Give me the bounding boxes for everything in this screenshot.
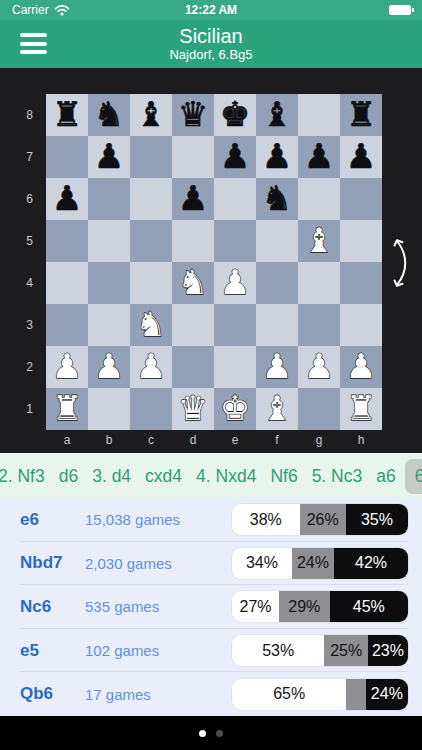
black-percentage: 42% xyxy=(334,548,408,579)
square-a6[interactable]: ♟ xyxy=(46,178,88,220)
square-c3[interactable]: ♞ xyxy=(130,304,172,346)
result-percentage-bar: 65%24% xyxy=(232,679,408,710)
candidate-move: Nc6 xyxy=(20,597,85,617)
square-g2[interactable]: ♟ xyxy=(298,346,340,388)
move-chip-4nxd4[interactable]: 4. Nxd4 xyxy=(189,459,263,494)
white-rook: ♜ xyxy=(46,388,88,430)
file-labels: abcdefgh xyxy=(46,432,382,448)
rank-label-4: 4 xyxy=(0,262,40,304)
file-label-h: h xyxy=(340,432,382,448)
move-list-bar: 2. Nf3d63. d4cxd44. Nxd4Nf65. Nc3a66. Bg… xyxy=(0,453,422,498)
rank-label-1: 1 xyxy=(0,388,40,430)
square-h3[interactable] xyxy=(340,304,382,346)
draw-percentage xyxy=(346,679,365,710)
games-count: 15,038 games xyxy=(85,511,180,528)
result-percentage-bar: 34%24%42% xyxy=(232,548,408,579)
square-f5[interactable] xyxy=(256,220,298,262)
square-e5[interactable] xyxy=(214,220,256,262)
square-a7[interactable] xyxy=(46,136,88,178)
black-pawn: ♟ xyxy=(172,178,214,220)
move-chip-nf6[interactable]: Nf6 xyxy=(263,459,304,494)
move-chip-2nf3[interactable]: 2. Nf3 xyxy=(0,459,52,494)
page-dot-2[interactable] xyxy=(216,730,223,737)
square-f8[interactable]: ♝ xyxy=(256,94,298,136)
result-percentage-bar: 38%26%35% xyxy=(232,504,408,535)
square-h7[interactable]: ♟ xyxy=(340,136,382,178)
candidate-move: e6 xyxy=(20,510,85,530)
move-chip-5nc3[interactable]: 5. Nc3 xyxy=(305,459,370,494)
black-knight: ♞ xyxy=(256,178,298,220)
square-h5[interactable] xyxy=(340,220,382,262)
move-chip-d6[interactable]: d6 xyxy=(52,459,85,494)
move-row-e5[interactable]: e5102 games53%25%23% xyxy=(0,629,422,673)
page-subtitle: Najdorf, 6.Bg5 xyxy=(0,48,422,63)
black-queen: ♛ xyxy=(172,94,214,136)
white-pawn: ♟ xyxy=(298,346,340,388)
black-bishop: ♝ xyxy=(130,94,172,136)
square-g8[interactable] xyxy=(298,94,340,136)
chess-board[interactable]: ♜♞♝♛♚♝♜♟♟♟♟♟♟♟♞♝♞♟♞♟♟♟♟♟♟♜♛♚♝♜ xyxy=(46,94,382,430)
white-percentage: 65% xyxy=(232,679,346,710)
square-d3[interactable] xyxy=(172,304,214,346)
square-f4[interactable] xyxy=(256,262,298,304)
wifi-icon xyxy=(54,4,70,16)
square-a2[interactable]: ♟ xyxy=(46,346,88,388)
white-bishop: ♝ xyxy=(298,220,340,262)
black-knight: ♞ xyxy=(88,94,130,136)
square-c8[interactable]: ♝ xyxy=(130,94,172,136)
move-chip-a6[interactable]: a6 xyxy=(369,459,402,494)
file-label-b: b xyxy=(88,432,130,448)
move-row-qb6[interactable]: Qb617 games65%24% xyxy=(0,672,422,716)
black-pawn: ♟ xyxy=(256,136,298,178)
white-rook: ♜ xyxy=(340,388,382,430)
flip-board-icon[interactable] xyxy=(391,232,413,294)
square-d2[interactable] xyxy=(172,346,214,388)
square-c1[interactable] xyxy=(130,388,172,430)
moves-table: e615,038 games38%26%35%Nbd72,030 games34… xyxy=(0,498,422,716)
square-e3[interactable] xyxy=(214,304,256,346)
square-b6[interactable] xyxy=(88,178,130,220)
games-count: 535 games xyxy=(85,598,159,615)
square-a8[interactable]: ♜ xyxy=(46,94,88,136)
white-pawn: ♟ xyxy=(340,346,382,388)
games-count: 102 games xyxy=(85,642,159,659)
games-count: 17 games xyxy=(85,686,151,703)
draw-percentage: 24% xyxy=(292,548,334,579)
white-percentage: 34% xyxy=(232,548,292,579)
square-d6[interactable]: ♟ xyxy=(172,178,214,220)
black-pawn: ♟ xyxy=(46,178,88,220)
rank-label-8: 8 xyxy=(0,94,40,136)
square-h6[interactable] xyxy=(340,178,382,220)
black-percentage: 45% xyxy=(330,591,408,622)
square-g5[interactable]: ♝ xyxy=(298,220,340,262)
black-king: ♚ xyxy=(214,94,256,136)
square-h4[interactable] xyxy=(340,262,382,304)
white-percentage: 27% xyxy=(232,591,279,622)
black-pawn: ♟ xyxy=(88,136,130,178)
square-g6[interactable] xyxy=(298,178,340,220)
square-d5[interactable] xyxy=(172,220,214,262)
move-chip-6bg5[interactable]: 6. Bg5 xyxy=(405,459,422,494)
white-bishop: ♝ xyxy=(256,388,298,430)
black-percentage: 23% xyxy=(368,635,408,666)
square-b8[interactable]: ♞ xyxy=(88,94,130,136)
square-g3[interactable] xyxy=(298,304,340,346)
file-label-c: c xyxy=(130,432,172,448)
white-pawn: ♟ xyxy=(46,346,88,388)
file-label-e: e xyxy=(214,432,256,448)
file-label-f: f xyxy=(256,432,298,448)
rank-labels: 87654321 xyxy=(0,94,40,430)
games-count: 2,030 games xyxy=(85,555,172,572)
move-row-nbd7[interactable]: Nbd72,030 games34%24%42% xyxy=(0,542,422,586)
rank-label-3: 3 xyxy=(0,304,40,346)
white-queen: ♛ xyxy=(172,388,214,430)
square-a1[interactable]: ♜ xyxy=(46,388,88,430)
square-g1[interactable] xyxy=(298,388,340,430)
page-dot-1[interactable] xyxy=(199,730,206,737)
move-row-nc6[interactable]: Nc6535 games27%29%45% xyxy=(0,585,422,629)
move-chip-3d4[interactable]: 3. d4 xyxy=(85,459,138,494)
page-title: Sicilian xyxy=(0,25,422,48)
black-pawn: ♟ xyxy=(214,136,256,178)
square-h1[interactable]: ♜ xyxy=(340,388,382,430)
square-d1[interactable]: ♛ xyxy=(172,388,214,430)
square-b4[interactable] xyxy=(88,262,130,304)
candidate-move: Qb6 xyxy=(20,684,85,704)
menu-icon[interactable] xyxy=(20,33,47,54)
square-a5[interactable] xyxy=(46,220,88,262)
app-screen: Carrier 12:22 AM Sicilian Najdorf, 6.Bg5… xyxy=(0,0,422,750)
white-knight: ♞ xyxy=(130,304,172,346)
square-c6[interactable] xyxy=(130,178,172,220)
square-h8[interactable]: ♜ xyxy=(340,94,382,136)
square-f7[interactable]: ♟ xyxy=(256,136,298,178)
square-f1[interactable]: ♝ xyxy=(256,388,298,430)
square-a3[interactable] xyxy=(46,304,88,346)
square-h2[interactable]: ♟ xyxy=(340,346,382,388)
board-area: 87654321 ♜♞♝♛♚♝♜♟♟♟♟♟♟♟♞♝♞♟♞♟♟♟♟♟♟♜♛♚♝♜ … xyxy=(0,68,422,453)
square-c5[interactable] xyxy=(130,220,172,262)
square-b3[interactable] xyxy=(88,304,130,346)
white-pawn: ♟ xyxy=(214,262,256,304)
white-king: ♚ xyxy=(214,388,256,430)
black-pawn: ♟ xyxy=(298,136,340,178)
white-pawn: ♟ xyxy=(88,346,130,388)
square-f2[interactable]: ♟ xyxy=(256,346,298,388)
square-d8[interactable]: ♛ xyxy=(172,94,214,136)
square-b7[interactable]: ♟ xyxy=(88,136,130,178)
white-percentage: 53% xyxy=(232,635,324,666)
square-g4[interactable] xyxy=(298,262,340,304)
rank-label-7: 7 xyxy=(0,136,40,178)
square-e4[interactable]: ♟ xyxy=(214,262,256,304)
draw-percentage: 29% xyxy=(279,591,330,622)
square-d7[interactable] xyxy=(172,136,214,178)
square-e7[interactable]: ♟ xyxy=(214,136,256,178)
file-label-g: g xyxy=(298,432,340,448)
result-percentage-bar: 53%25%23% xyxy=(232,635,408,666)
candidate-move: Nbd7 xyxy=(20,553,85,573)
black-bishop: ♝ xyxy=(256,94,298,136)
page-indicator[interactable] xyxy=(0,716,422,750)
square-c2[interactable]: ♟ xyxy=(130,346,172,388)
square-b2[interactable]: ♟ xyxy=(88,346,130,388)
square-c7[interactable] xyxy=(130,136,172,178)
square-e1[interactable]: ♚ xyxy=(214,388,256,430)
square-f3[interactable] xyxy=(256,304,298,346)
result-percentage-bar: 27%29%45% xyxy=(232,591,408,622)
black-rook: ♜ xyxy=(46,94,88,136)
square-e8[interactable]: ♚ xyxy=(214,94,256,136)
black-pawn: ♟ xyxy=(340,136,382,178)
move-row-e6[interactable]: e615,038 games38%26%35% xyxy=(0,498,422,542)
square-f6[interactable]: ♞ xyxy=(256,178,298,220)
square-a4[interactable] xyxy=(46,262,88,304)
draw-percentage: 26% xyxy=(300,504,346,535)
draw-percentage: 25% xyxy=(324,635,368,666)
black-percentage: 35% xyxy=(346,504,408,535)
battery-icon xyxy=(389,5,414,15)
move-chip-cxd4[interactable]: cxd4 xyxy=(138,459,189,494)
square-e6[interactable] xyxy=(214,178,256,220)
black-percentage: 24% xyxy=(366,679,408,710)
square-c4[interactable] xyxy=(130,262,172,304)
white-pawn: ♟ xyxy=(256,346,298,388)
status-bar: Carrier 12:22 AM xyxy=(0,0,422,20)
white-pawn: ♟ xyxy=(130,346,172,388)
square-g7[interactable]: ♟ xyxy=(298,136,340,178)
rank-label-6: 6 xyxy=(0,178,40,220)
square-d4[interactable]: ♞ xyxy=(172,262,214,304)
black-rook: ♜ xyxy=(340,94,382,136)
candidate-move: e5 xyxy=(20,641,85,661)
square-b5[interactable] xyxy=(88,220,130,262)
file-label-d: d xyxy=(172,432,214,448)
rank-label-5: 5 xyxy=(0,220,40,262)
square-b1[interactable] xyxy=(88,388,130,430)
white-percentage: 38% xyxy=(232,504,300,535)
square-e2[interactable] xyxy=(214,346,256,388)
white-knight: ♞ xyxy=(172,262,214,304)
app-header: Sicilian Najdorf, 6.Bg5 xyxy=(0,20,422,68)
file-label-a: a xyxy=(46,432,88,448)
rank-label-2: 2 xyxy=(0,346,40,388)
carrier-label: Carrier xyxy=(12,3,49,17)
